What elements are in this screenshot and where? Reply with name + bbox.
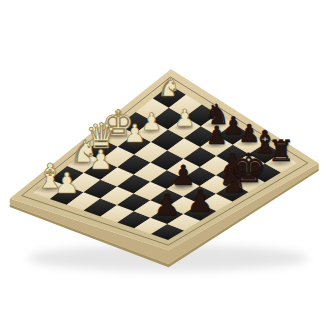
chess-board (0, 0, 333, 333)
chess-set-photo: ♞♞♟♟♟♚♟♟♟♛♝♞♜♟♟♚♟♝♞♟♟♟ (0, 0, 333, 333)
